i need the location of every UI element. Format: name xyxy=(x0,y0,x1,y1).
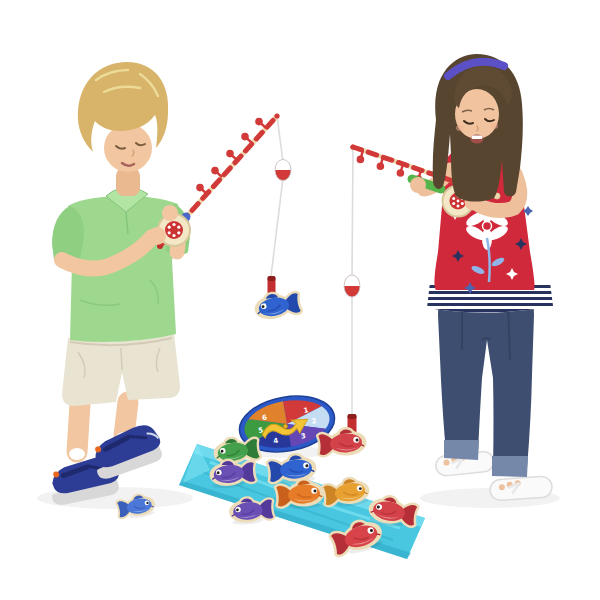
bobber-right xyxy=(344,275,360,297)
fishing-rod-left xyxy=(157,113,280,249)
boy-head xyxy=(78,62,168,196)
girl-player xyxy=(350,54,556,501)
fish-blue-caught xyxy=(254,290,301,320)
bobber-left xyxy=(275,160,291,181)
rod-guides-left xyxy=(197,119,266,194)
fishing-line-left xyxy=(271,116,283,276)
girl-jeans xyxy=(438,295,534,477)
fishing-lines xyxy=(268,116,361,444)
product-photo: Two children standing on a white backgro… xyxy=(0,0,600,600)
